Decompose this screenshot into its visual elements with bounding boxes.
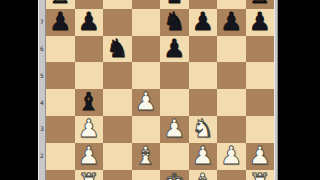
- square-e6[interactable]: ♟: [160, 36, 189, 63]
- white-pawn-b3: ♟: [78, 116, 100, 143]
- white-pawn-b2: ♟: [78, 143, 100, 170]
- square-c5[interactable]: [103, 62, 132, 89]
- square-c4[interactable]: [103, 89, 132, 116]
- white-bishop-d2: ♝: [135, 143, 157, 170]
- square-e4[interactable]: [160, 89, 189, 116]
- black-pawn-f7: ♟: [192, 9, 214, 36]
- square-a5[interactable]: [46, 62, 75, 89]
- white-bishop-f1: ♝: [192, 170, 214, 180]
- square-e7[interactable]: ♞: [160, 9, 189, 36]
- rank-label-2: 2: [38, 152, 46, 160]
- square-e1[interactable]: ♚: [160, 170, 189, 180]
- square-h7[interactable]: ♟: [246, 9, 275, 36]
- square-d3[interactable]: [132, 116, 161, 143]
- rank-label-5: 5: [38, 72, 46, 80]
- board-frame-left: 765432: [38, 0, 46, 180]
- white-pawn-h2: ♟: [249, 143, 271, 170]
- square-d7[interactable]: [132, 9, 161, 36]
- square-a8[interactable]: ♜: [46, 0, 75, 9]
- square-a6[interactable]: [46, 36, 75, 63]
- square-g8[interactable]: [217, 0, 246, 9]
- black-knight-e7: ♞: [163, 9, 185, 36]
- black-king-e8: ♚: [163, 0, 185, 9]
- white-pawn-g2: ♟: [220, 143, 242, 170]
- square-a2[interactable]: [46, 143, 75, 170]
- square-b5[interactable]: [75, 62, 104, 89]
- black-pawn-a7: ♟: [49, 9, 71, 36]
- white-king-e1: ♚: [163, 170, 185, 180]
- square-f3[interactable]: ♞: [189, 116, 218, 143]
- black-pawn-g7: ♟: [220, 9, 242, 36]
- square-g6[interactable]: [217, 36, 246, 63]
- black-bishop-b4: ♝: [78, 89, 100, 116]
- rank-label-4: 4: [38, 99, 46, 107]
- black-rook-a8: ♜: [49, 0, 71, 9]
- square-f1[interactable]: ♝: [189, 170, 218, 180]
- black-rook-h8: ♜: [249, 0, 271, 9]
- black-pawn-e6: ♟: [163, 36, 185, 63]
- rank-label-7: 7: [38, 18, 46, 26]
- white-pawn-e3: ♟: [163, 116, 185, 143]
- square-d4[interactable]: ♟: [132, 89, 161, 116]
- square-f4[interactable]: [189, 89, 218, 116]
- square-a3[interactable]: [46, 116, 75, 143]
- white-rook-h1: ♜: [249, 170, 271, 180]
- rank-label-6: 6: [38, 45, 46, 53]
- white-pawn-f2: ♟: [192, 143, 214, 170]
- letterbox-right: [278, 0, 320, 180]
- white-rook-b1: ♜: [78, 170, 100, 180]
- square-e2[interactable]: [160, 143, 189, 170]
- square-a1[interactable]: [46, 170, 75, 180]
- square-a4[interactable]: [46, 89, 75, 116]
- square-f6[interactable]: [189, 36, 218, 63]
- square-e3[interactable]: ♟: [160, 116, 189, 143]
- square-b7[interactable]: ♟: [75, 9, 104, 36]
- square-h3[interactable]: [246, 116, 275, 143]
- square-b6[interactable]: [75, 36, 104, 63]
- square-f2[interactable]: ♟: [189, 143, 218, 170]
- square-c7[interactable]: [103, 9, 132, 36]
- square-h4[interactable]: [246, 89, 275, 116]
- square-d1[interactable]: [132, 170, 161, 180]
- square-h8[interactable]: ♜: [246, 0, 275, 9]
- square-e8[interactable]: ♚: [160, 0, 189, 9]
- square-f5[interactable]: [189, 62, 218, 89]
- square-h5[interactable]: [246, 62, 275, 89]
- square-f7[interactable]: ♟: [189, 9, 218, 36]
- white-pawn-d4: ♟: [135, 89, 157, 116]
- square-c8[interactable]: [103, 0, 132, 9]
- white-knight-f3: ♞: [192, 116, 214, 143]
- black-knight-c6: ♞: [106, 36, 128, 63]
- square-a7[interactable]: ♟: [46, 9, 75, 36]
- video-frame: 765432 ♜♚♜♟♟♞♟♟♟♞♟♝♟♟♟♞♟♝♟♟♟♜♚♝♜: [0, 0, 320, 180]
- square-b4[interactable]: ♝: [75, 89, 104, 116]
- square-e5[interactable]: [160, 62, 189, 89]
- square-g2[interactable]: ♟: [217, 143, 246, 170]
- letterbox-left: [0, 0, 38, 180]
- rank-label-3: 3: [38, 125, 46, 133]
- square-b8[interactable]: [75, 0, 104, 9]
- square-d6[interactable]: [132, 36, 161, 63]
- square-g7[interactable]: ♟: [217, 9, 246, 36]
- square-g1[interactable]: [217, 170, 246, 180]
- chess-board: ♜♚♜♟♟♞♟♟♟♞♟♝♟♟♟♞♟♝♟♟♟♜♚♝♜: [46, 0, 274, 180]
- square-d8[interactable]: [132, 0, 161, 9]
- square-g3[interactable]: [217, 116, 246, 143]
- square-h6[interactable]: [246, 36, 275, 63]
- square-b3[interactable]: ♟: [75, 116, 104, 143]
- square-c1[interactable]: [103, 170, 132, 180]
- square-g5[interactable]: [217, 62, 246, 89]
- square-b2[interactable]: ♟: [75, 143, 104, 170]
- square-d5[interactable]: [132, 62, 161, 89]
- square-h2[interactable]: ♟: [246, 143, 275, 170]
- square-h1[interactable]: ♜: [246, 170, 275, 180]
- black-pawn-b7: ♟: [78, 9, 100, 36]
- black-pawn-h7: ♟: [249, 9, 271, 36]
- square-f8[interactable]: [189, 0, 218, 9]
- square-c2[interactable]: [103, 143, 132, 170]
- square-c3[interactable]: [103, 116, 132, 143]
- square-c6[interactable]: ♞: [103, 36, 132, 63]
- square-g4[interactable]: [217, 89, 246, 116]
- square-b1[interactable]: ♜: [75, 170, 104, 180]
- square-d2[interactable]: ♝: [132, 143, 161, 170]
